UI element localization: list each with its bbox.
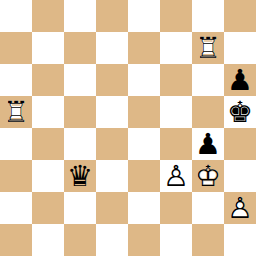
chess-board: ♜♖♟♜♖♚♟♛♟♙♚♔♟♙ bbox=[0, 0, 256, 256]
square-a3[interactable] bbox=[0, 160, 32, 192]
square-h6[interactable]: ♟ bbox=[224, 64, 256, 96]
square-d2[interactable] bbox=[96, 192, 128, 224]
square-e6[interactable] bbox=[128, 64, 160, 96]
square-e2[interactable] bbox=[128, 192, 160, 224]
square-d7[interactable] bbox=[96, 32, 128, 64]
square-d3[interactable] bbox=[96, 160, 128, 192]
square-d1[interactable] bbox=[96, 224, 128, 256]
square-g6[interactable] bbox=[192, 64, 224, 96]
square-c8[interactable] bbox=[64, 0, 96, 32]
square-c7[interactable] bbox=[64, 32, 96, 64]
white-rook-fill: ♜ bbox=[192, 32, 224, 64]
white-pawn-fill: ♟ bbox=[160, 160, 192, 192]
square-f6[interactable] bbox=[160, 64, 192, 96]
square-a6[interactable] bbox=[0, 64, 32, 96]
square-c2[interactable] bbox=[64, 192, 96, 224]
square-b4[interactable] bbox=[32, 128, 64, 160]
square-d4[interactable] bbox=[96, 128, 128, 160]
square-h2[interactable]: ♟♙ bbox=[224, 192, 256, 224]
square-c3[interactable]: ♛ bbox=[64, 160, 96, 192]
square-c6[interactable] bbox=[64, 64, 96, 96]
square-b6[interactable] bbox=[32, 64, 64, 96]
black-king-icon: ♚ bbox=[224, 96, 256, 128]
black-pawn-icon: ♟ bbox=[224, 64, 256, 96]
square-f5[interactable] bbox=[160, 96, 192, 128]
white-pawn-icon: ♙ bbox=[224, 192, 256, 224]
square-f1[interactable] bbox=[160, 224, 192, 256]
chess-board-diagram: ♜♖♟♜♖♚♟♛♟♙♚♔♟♙ bbox=[0, 0, 256, 256]
square-g4[interactable]: ♟ bbox=[192, 128, 224, 160]
square-a4[interactable] bbox=[0, 128, 32, 160]
white-king-fill: ♚ bbox=[192, 160, 224, 192]
square-b1[interactable] bbox=[32, 224, 64, 256]
black-queen-icon: ♛ bbox=[64, 160, 96, 192]
black-pawn-icon: ♟ bbox=[192, 128, 224, 160]
white-pawn-fill: ♟ bbox=[224, 192, 256, 224]
square-a7[interactable] bbox=[0, 32, 32, 64]
square-d5[interactable] bbox=[96, 96, 128, 128]
square-b8[interactable] bbox=[32, 0, 64, 32]
white-pawn-icon: ♙ bbox=[160, 160, 192, 192]
square-g3[interactable]: ♚♔ bbox=[192, 160, 224, 192]
square-c4[interactable] bbox=[64, 128, 96, 160]
white-king-icon: ♔ bbox=[192, 160, 224, 192]
square-b7[interactable] bbox=[32, 32, 64, 64]
square-g5[interactable] bbox=[192, 96, 224, 128]
square-h3[interactable] bbox=[224, 160, 256, 192]
square-e1[interactable] bbox=[128, 224, 160, 256]
square-c5[interactable] bbox=[64, 96, 96, 128]
square-a2[interactable] bbox=[0, 192, 32, 224]
square-f7[interactable] bbox=[160, 32, 192, 64]
white-rook-icon: ♖ bbox=[0, 96, 32, 128]
white-rook-icon: ♖ bbox=[192, 32, 224, 64]
square-e5[interactable] bbox=[128, 96, 160, 128]
square-a5[interactable]: ♜♖ bbox=[0, 96, 32, 128]
square-d8[interactable] bbox=[96, 0, 128, 32]
white-rook-fill: ♜ bbox=[0, 96, 32, 128]
square-h4[interactable] bbox=[224, 128, 256, 160]
square-f4[interactable] bbox=[160, 128, 192, 160]
square-e3[interactable] bbox=[128, 160, 160, 192]
square-e4[interactable] bbox=[128, 128, 160, 160]
square-e7[interactable] bbox=[128, 32, 160, 64]
square-e8[interactable] bbox=[128, 0, 160, 32]
square-h5[interactable]: ♚ bbox=[224, 96, 256, 128]
square-c1[interactable] bbox=[64, 224, 96, 256]
square-f2[interactable] bbox=[160, 192, 192, 224]
square-g8[interactable] bbox=[192, 0, 224, 32]
square-g1[interactable] bbox=[192, 224, 224, 256]
square-g2[interactable] bbox=[192, 192, 224, 224]
square-b3[interactable] bbox=[32, 160, 64, 192]
square-a8[interactable] bbox=[0, 0, 32, 32]
square-d6[interactable] bbox=[96, 64, 128, 96]
square-a1[interactable] bbox=[0, 224, 32, 256]
square-h8[interactable] bbox=[224, 0, 256, 32]
square-b5[interactable] bbox=[32, 96, 64, 128]
square-h1[interactable] bbox=[224, 224, 256, 256]
square-g7[interactable]: ♜♖ bbox=[192, 32, 224, 64]
square-f3[interactable]: ♟♙ bbox=[160, 160, 192, 192]
square-f8[interactable] bbox=[160, 0, 192, 32]
square-b2[interactable] bbox=[32, 192, 64, 224]
square-h7[interactable] bbox=[224, 32, 256, 64]
